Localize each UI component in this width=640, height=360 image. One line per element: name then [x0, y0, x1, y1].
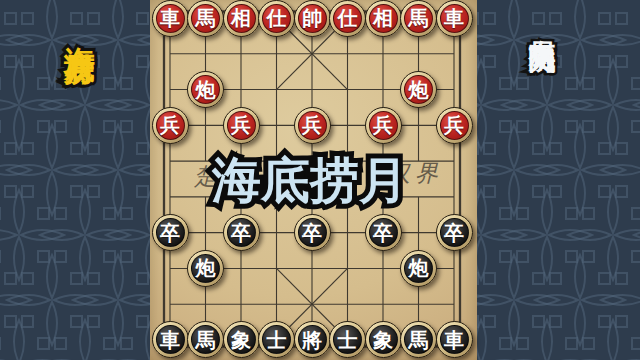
right-caption-text: 布局陷阱飞刀	[527, 18, 558, 30]
piece-glyph: 士	[338, 330, 358, 350]
black-piece-face: 士	[333, 325, 362, 354]
piece-black-elephant[interactable]: 象	[223, 321, 260, 358]
black-piece-face: 卒	[440, 218, 469, 247]
black-piece-face: 馬	[191, 325, 220, 354]
piece-glyph: 卒	[444, 223, 464, 243]
black-piece-face: 卒	[298, 218, 327, 247]
red-piece-face: 相	[369, 4, 398, 33]
piece-glyph: 象	[373, 330, 393, 350]
piece-glyph: 卒	[231, 223, 251, 243]
overlay-title-text: 海底捞月	[212, 152, 408, 209]
piece-red-soldier[interactable]: 兵	[152, 107, 189, 144]
piece-black-soldier[interactable]: 卒	[365, 214, 402, 251]
piece-glyph: 帥	[302, 8, 322, 28]
piece-red-elephant[interactable]: 相	[223, 0, 260, 37]
piece-red-elephant[interactable]: 相	[365, 0, 402, 37]
piece-black-soldier[interactable]: 卒	[436, 214, 473, 251]
red-piece-face: 兵	[227, 111, 256, 140]
piece-red-soldier[interactable]: 兵	[365, 107, 402, 144]
piece-glyph: 炮	[409, 80, 429, 100]
red-piece-face: 車	[156, 4, 185, 33]
red-piece-face: 仕	[333, 4, 362, 33]
red-piece-face: 相	[227, 4, 256, 33]
piece-red-soldier[interactable]: 兵	[223, 107, 260, 144]
piece-glyph: 兵	[231, 115, 251, 135]
overlay-title: 海底捞月 海底捞月	[212, 156, 408, 205]
red-piece-face: 兵	[440, 111, 469, 140]
piece-glyph: 相	[231, 8, 251, 28]
piece-glyph: 將	[302, 330, 322, 350]
black-piece-face: 馬	[404, 325, 433, 354]
black-piece-face: 卒	[369, 218, 398, 247]
piece-glyph: 馬	[196, 8, 216, 28]
piece-glyph: 車	[160, 330, 180, 350]
piece-black-cannon[interactable]: 炮	[187, 250, 224, 287]
piece-black-chariot[interactable]: 車	[152, 321, 189, 358]
piece-glyph: 炮	[196, 258, 216, 278]
piece-red-advisor[interactable]: 仕	[258, 0, 295, 37]
red-piece-face: 車	[440, 4, 469, 33]
piece-glyph: 車	[160, 8, 180, 28]
piece-red-horse[interactable]: 馬	[187, 0, 224, 37]
left-caption-text: 海底捞月	[62, 22, 98, 34]
black-piece-face: 車	[156, 325, 185, 354]
piece-glyph: 象	[231, 330, 251, 350]
red-piece-face: 馬	[404, 4, 433, 33]
black-piece-face: 卒	[156, 218, 185, 247]
piece-glyph: 士	[267, 330, 287, 350]
piece-glyph: 馬	[196, 330, 216, 350]
piece-black-chariot[interactable]: 車	[436, 321, 473, 358]
piece-glyph: 卒	[160, 223, 180, 243]
piece-glyph: 車	[444, 8, 464, 28]
black-piece-face: 卒	[227, 218, 256, 247]
piece-glyph: 相	[373, 8, 393, 28]
piece-glyph: 兵	[444, 115, 464, 135]
red-piece-face: 兵	[156, 111, 185, 140]
piece-glyph: 車	[444, 330, 464, 350]
piece-glyph: 兵	[373, 115, 393, 135]
piece-red-cannon[interactable]: 炮	[187, 71, 224, 108]
piece-red-chariot[interactable]: 車	[436, 0, 473, 37]
piece-black-elephant[interactable]: 象	[365, 321, 402, 358]
right-caption: 布局陷阱飞刀 布局陷阱飞刀	[529, 18, 556, 30]
piece-glyph: 兵	[160, 115, 180, 135]
piece-glyph: 卒	[373, 223, 393, 243]
piece-red-advisor[interactable]: 仕	[329, 0, 366, 37]
piece-black-soldier[interactable]: 卒	[223, 214, 260, 251]
piece-glyph: 兵	[302, 115, 322, 135]
black-piece-face: 象	[227, 325, 256, 354]
piece-glyph: 馬	[409, 330, 429, 350]
black-piece-face: 炮	[404, 254, 433, 283]
red-piece-face: 炮	[404, 75, 433, 104]
red-piece-face: 兵	[298, 111, 327, 140]
piece-glyph: 炮	[196, 80, 216, 100]
piece-glyph: 馬	[409, 8, 429, 28]
piece-glyph: 仕	[267, 8, 287, 28]
black-piece-face: 士	[262, 325, 291, 354]
piece-red-chariot[interactable]: 車	[152, 0, 189, 37]
red-piece-face: 馬	[191, 4, 220, 33]
red-piece-face: 炮	[191, 75, 220, 104]
black-piece-face: 象	[369, 325, 398, 354]
piece-glyph: 卒	[302, 223, 322, 243]
piece-red-soldier[interactable]: 兵	[436, 107, 473, 144]
black-piece-face: 車	[440, 325, 469, 354]
piece-red-general[interactable]: 帥	[294, 0, 331, 37]
piece-glyph: 炮	[409, 258, 429, 278]
red-piece-face: 仕	[262, 4, 291, 33]
piece-glyph: 仕	[338, 8, 358, 28]
left-caption: 海底捞月 海底捞月	[64, 22, 95, 34]
piece-black-soldier[interactable]: 卒	[294, 214, 331, 251]
piece-red-horse[interactable]: 馬	[400, 0, 437, 37]
piece-black-soldier[interactable]: 卒	[152, 214, 189, 251]
piece-black-general[interactable]: 將	[294, 321, 331, 358]
black-piece-face: 炮	[191, 254, 220, 283]
black-piece-face: 將	[298, 325, 327, 354]
red-piece-face: 帥	[298, 4, 327, 33]
piece-red-cannon[interactable]: 炮	[400, 71, 437, 108]
red-piece-face: 兵	[369, 111, 398, 140]
piece-red-soldier[interactable]: 兵	[294, 107, 331, 144]
piece-black-cannon[interactable]: 炮	[400, 250, 437, 287]
app: { "game": "xiangqi", "panels": { "left_t…	[0, 0, 640, 360]
